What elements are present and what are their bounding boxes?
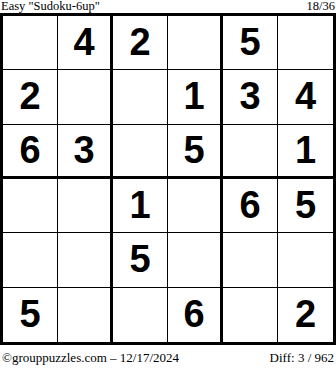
cell-r4c3[interactable]: 1 (113, 179, 168, 233)
cell-r3c1[interactable]: 6 (3, 125, 58, 179)
cell-r5c3[interactable]: 5 (113, 233, 168, 287)
puzzle-title: Easy "Sudoku-6up" (1, 0, 100, 13)
cell-r2c1[interactable]: 2 (3, 70, 58, 124)
cell-r5c6[interactable] (278, 233, 333, 287)
cell-r4c5[interactable]: 6 (223, 179, 278, 233)
cell-r5c1[interactable] (3, 233, 58, 287)
cell-r6c6[interactable]: 2 (278, 288, 333, 342)
cell-r1c4[interactable] (168, 16, 223, 70)
footer: ©grouppuzzles.com – 12/17/2024 Diff: 3 /… (0, 345, 336, 370)
cell-r6c5[interactable] (223, 288, 278, 342)
puzzle-page: Easy "Sudoku-6up" 18/36 4 2 5 2 1 3 4 6 … (0, 0, 336, 370)
cell-r4c4[interactable] (168, 179, 223, 233)
cell-r4c2[interactable] (58, 179, 113, 233)
copyright-credit: ©grouppuzzles.com – 12/17/2024 (2, 350, 179, 366)
cell-r3c3[interactable] (113, 125, 168, 179)
cell-r3c4[interactable]: 5 (168, 125, 223, 179)
cell-r1c1[interactable] (3, 16, 58, 70)
cell-r2c2[interactable] (58, 70, 113, 124)
cell-r2c3[interactable] (113, 70, 168, 124)
cell-r1c5[interactable]: 5 (223, 16, 278, 70)
cell-r5c5[interactable] (223, 233, 278, 287)
cell-r1c3[interactable]: 2 (113, 16, 168, 70)
cell-r6c1[interactable]: 5 (3, 288, 58, 342)
cell-r3c5[interactable] (223, 125, 278, 179)
cell-r6c3[interactable] (113, 288, 168, 342)
cell-r5c2[interactable] (58, 233, 113, 287)
cell-r1c2[interactable]: 4 (58, 16, 113, 70)
cell-r3c2[interactable]: 3 (58, 125, 113, 179)
cell-r2c4[interactable]: 1 (168, 70, 223, 124)
header: Easy "Sudoku-6up" 18/36 (0, 0, 336, 13)
cell-r6c2[interactable] (58, 288, 113, 342)
cell-r1c6[interactable] (278, 16, 333, 70)
cell-r4c6[interactable]: 5 (278, 179, 333, 233)
difficulty-label: Diff: 3 / 962 (270, 350, 334, 366)
cell-r2c5[interactable]: 3 (223, 70, 278, 124)
cell-r2c6[interactable]: 4 (278, 70, 333, 124)
cell-r3c6[interactable]: 1 (278, 125, 333, 179)
cell-r5c4[interactable] (168, 233, 223, 287)
sudoku-board: 4 2 5 2 1 3 4 6 3 5 1 1 6 5 5 5 (0, 13, 336, 345)
givens-counter: 18/36 (307, 0, 335, 13)
cell-r6c4[interactable]: 6 (168, 288, 223, 342)
cell-r4c1[interactable] (3, 179, 58, 233)
